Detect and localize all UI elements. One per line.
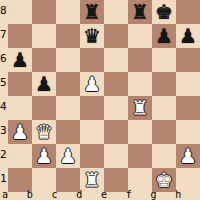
square-b3[interactable]: ♛ — [32, 120, 56, 144]
square-e6[interactable] — [104, 48, 128, 72]
square-a2[interactable] — [8, 144, 32, 168]
square-d4[interactable] — [80, 96, 104, 120]
file-labels: abcdefgh — [2, 189, 200, 200]
white-pawn-icon[interactable]: ♟ — [8, 120, 32, 144]
square-c2[interactable]: ♟ — [56, 144, 80, 168]
white-pawn-icon[interactable]: ♟ — [56, 144, 80, 168]
black-rook-icon[interactable]: ♜ — [80, 0, 104, 24]
black-queen-icon[interactable]: ♛ — [80, 24, 104, 48]
square-h5[interactable] — [176, 72, 200, 96]
square-a8[interactable] — [8, 0, 32, 24]
square-e5[interactable] — [104, 72, 128, 96]
file-label-h: h — [175, 189, 200, 200]
rank-label-3: 3 — [0, 120, 8, 144]
square-c6[interactable] — [56, 48, 80, 72]
square-a3[interactable]: ♟ — [8, 120, 32, 144]
square-c3[interactable] — [56, 120, 80, 144]
chess-board: ♜♜♚♛♟♟♟♟♟♜♟♛♟♟♟♜♚ — [8, 0, 200, 192]
square-h8[interactable] — [176, 0, 200, 24]
square-g4[interactable] — [152, 96, 176, 120]
file-label-c: c — [52, 189, 77, 200]
square-d8[interactable]: ♜ — [80, 0, 104, 24]
chess-diagram: ♜♜♚♛♟♟♟♟♟♜♟♛♟♟♟♜♚ 87654321 abcdefgh — [0, 0, 200, 200]
black-pawn-icon[interactable]: ♟ — [8, 48, 32, 72]
square-b4[interactable] — [32, 96, 56, 120]
file-label-d: d — [76, 189, 101, 200]
square-g8[interactable]: ♚ — [152, 0, 176, 24]
black-pawn-icon[interactable]: ♟ — [176, 24, 200, 48]
square-f8[interactable]: ♜ — [128, 0, 152, 24]
square-c4[interactable] — [56, 96, 80, 120]
square-e7[interactable] — [104, 24, 128, 48]
rank-label-7: 7 — [0, 24, 8, 48]
square-c8[interactable] — [56, 0, 80, 24]
square-g2[interactable] — [152, 144, 176, 168]
file-label-e: e — [101, 189, 126, 200]
black-king-icon[interactable]: ♚ — [152, 0, 176, 24]
square-d5[interactable]: ♟ — [80, 72, 104, 96]
rank-label-6: 6 — [0, 48, 8, 72]
rank-labels: 87654321 — [0, 0, 8, 192]
square-f6[interactable] — [128, 48, 152, 72]
file-label-a: a — [2, 189, 27, 200]
square-h2[interactable]: ♟ — [176, 144, 200, 168]
square-a5[interactable] — [8, 72, 32, 96]
square-f2[interactable] — [128, 144, 152, 168]
square-g7[interactable]: ♟ — [152, 24, 176, 48]
square-e2[interactable] — [104, 144, 128, 168]
white-pawn-icon[interactable]: ♟ — [32, 144, 56, 168]
square-h4[interactable] — [176, 96, 200, 120]
square-d3[interactable] — [80, 120, 104, 144]
square-a6[interactable]: ♟ — [8, 48, 32, 72]
rank-label-2: 2 — [0, 144, 8, 168]
file-label-g: g — [151, 189, 176, 200]
square-a7[interactable] — [8, 24, 32, 48]
square-d6[interactable] — [80, 48, 104, 72]
rank-label-5: 5 — [0, 72, 8, 96]
black-pawn-icon[interactable]: ♟ — [32, 72, 56, 96]
square-f4[interactable]: ♜ — [128, 96, 152, 120]
file-label-b: b — [27, 189, 52, 200]
black-pawn-icon[interactable]: ♟ — [152, 24, 176, 48]
square-b5[interactable]: ♟ — [32, 72, 56, 96]
square-c7[interactable] — [56, 24, 80, 48]
square-f5[interactable] — [128, 72, 152, 96]
square-h6[interactable] — [176, 48, 200, 72]
square-e4[interactable] — [104, 96, 128, 120]
square-d2[interactable] — [80, 144, 104, 168]
black-rook-icon[interactable]: ♜ — [128, 0, 152, 24]
white-queen-icon[interactable]: ♛ — [32, 120, 56, 144]
square-e8[interactable] — [104, 0, 128, 24]
square-h7[interactable]: ♟ — [176, 24, 200, 48]
square-b6[interactable] — [32, 48, 56, 72]
square-c5[interactable] — [56, 72, 80, 96]
white-pawn-icon[interactable]: ♟ — [80, 72, 104, 96]
square-g3[interactable] — [152, 120, 176, 144]
square-e3[interactable] — [104, 120, 128, 144]
square-b2[interactable]: ♟ — [32, 144, 56, 168]
rank-label-4: 4 — [0, 96, 8, 120]
square-a4[interactable] — [8, 96, 32, 120]
square-h3[interactable] — [176, 120, 200, 144]
white-pawn-icon[interactable]: ♟ — [176, 144, 200, 168]
square-f7[interactable] — [128, 24, 152, 48]
square-d7[interactable]: ♛ — [80, 24, 104, 48]
square-g5[interactable] — [152, 72, 176, 96]
file-label-f: f — [126, 189, 151, 200]
white-rook-icon[interactable]: ♜ — [128, 96, 152, 120]
square-g6[interactable] — [152, 48, 176, 72]
rank-label-8: 8 — [0, 0, 8, 24]
square-f3[interactable] — [128, 120, 152, 144]
square-b8[interactable] — [32, 0, 56, 24]
square-b7[interactable] — [32, 24, 56, 48]
